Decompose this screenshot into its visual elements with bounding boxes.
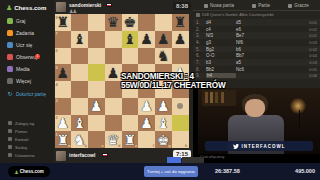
square-c7[interactable] — [88, 31, 105, 48]
square-f7[interactable]: ♟ — [138, 31, 155, 48]
bookshelf — [202, 90, 236, 106]
square-a6[interactable]: 6 — [55, 48, 72, 65]
webcam: INTERFACOWL — [198, 88, 320, 154]
sidebar-item-Graj[interactable]: Graj — [0, 15, 54, 27]
square-f3[interactable]: ♟ — [138, 98, 155, 115]
sidebar-footer-Pomoc[interactable]: Pomoc — [0, 127, 54, 135]
sidebar-footer: Zaloguj sięPomocKontaktSzukajUstawienia — [0, 119, 54, 159]
square-h6[interactable] — [172, 48, 189, 65]
player-avatar[interactable] — [56, 151, 66, 161]
square-a7[interactable]: 7 — [55, 31, 72, 48]
black-piece-a5[interactable]: ♟ — [57, 65, 70, 79]
panel-tabs: Nowa partia Partie Gracze — [193, 0, 320, 11]
square-c4[interactable] — [88, 81, 105, 98]
black-piece-d8[interactable]: ♛ — [107, 15, 120, 29]
white-piece-a1[interactable]: ♜ — [57, 132, 70, 146]
square-b4[interactable] — [71, 81, 88, 98]
move-white[interactable]: O-O — [206, 53, 236, 58]
poland-flag-icon — [106, 3, 112, 7]
move-black[interactable]: Bb7 — [236, 53, 266, 58]
sidebar-footer-Szukaj[interactable]: Szukaj — [0, 143, 54, 151]
square-b3[interactable] — [71, 98, 88, 115]
white-piece-g1[interactable]: ♚ — [157, 132, 170, 146]
square-b6[interactable] — [71, 48, 88, 65]
sidebar-item-Obserwuj[interactable]: Obserwuj1 — [0, 51, 54, 63]
tab-games[interactable]: Partie — [252, 3, 270, 8]
opponent-avatar[interactable] — [56, 2, 66, 12]
square-d5[interactable]: ♟ — [105, 64, 122, 81]
new-game-icon — [204, 4, 208, 8]
white-piece-c3[interactable]: ♟ — [90, 99, 103, 113]
white-piece-g3[interactable]: ♟ — [157, 99, 170, 113]
square-f6[interactable] — [138, 48, 155, 65]
square-c8[interactable] — [88, 14, 105, 31]
black-piece-f7[interactable]: ♟ — [140, 32, 153, 46]
games-icon — [252, 4, 256, 8]
tab-players[interactable]: Gracze — [288, 3, 309, 8]
black-piece-g6[interactable]: ♞ — [157, 49, 170, 63]
move-black[interactable]: a5 — [236, 60, 266, 65]
black-piece-h7[interactable]: ♟ — [174, 32, 187, 46]
move-row-5.: 5.Bg2b60:02 — [193, 46, 320, 53]
players-icon — [288, 4, 292, 8]
pawn-logo-icon: ♟ — [14, 169, 18, 175]
move-black[interactable]: b6 — [236, 47, 266, 52]
sidebar-footer-Zaloguj się[interactable]: Zaloguj się — [0, 119, 54, 127]
puzzle-icon — [7, 30, 13, 36]
black-piece-e7[interactable]: ♝ — [124, 32, 137, 46]
white-piece-f3[interactable]: ♟ — [140, 99, 153, 113]
poland-flag-icon — [102, 153, 108, 157]
opponent-bar: sandomierski ♟♟ 8:38 — [54, 0, 193, 14]
move-white[interactable]: g3 — [206, 40, 236, 45]
twitter-banner: INTERFACOWL — [205, 141, 313, 151]
opening-name[interactable]: D08 Queen's Gambit: Albin Countergambit — [193, 11, 320, 19]
player-name[interactable]: interfacowl — [69, 152, 95, 158]
move-row-4.: 4.g3Nf60:03 — [193, 39, 320, 46]
square-d1[interactable]: d♛ — [105, 131, 122, 148]
footer-counter: 26:387.58 — [215, 168, 240, 174]
square-a5[interactable]: 5♟ — [55, 64, 72, 81]
sidebar-footer-Kontakt[interactable]: Kontakt — [0, 135, 54, 143]
tab-new-game[interactable]: Nowa partia — [204, 3, 234, 8]
square-h7[interactable]: ♟ — [172, 31, 189, 48]
square-a8[interactable]: 8♜ — [55, 14, 72, 31]
square-a1[interactable]: 1a♜ — [55, 131, 72, 148]
square-g8[interactable] — [155, 14, 172, 31]
sidebar-item-Media[interactable]: Media — [0, 63, 54, 75]
black-piece-g7[interactable]: ♟ — [157, 32, 170, 46]
sidebar-resume-link[interactable]: ↻ Dokończ partię — [0, 87, 54, 98]
move-row-3.: 3.Nf3Be70:01 — [193, 32, 320, 39]
watch-icon — [7, 54, 13, 60]
square-d2[interactable] — [105, 115, 122, 132]
square-d4[interactable] — [105, 81, 122, 98]
black-piece-e8[interactable]: ♚ — [124, 15, 137, 29]
square-g1[interactable]: g♚ — [155, 131, 172, 148]
twitter-handle: INTERFACOWL — [242, 144, 286, 149]
stream-overlay-text: SANDOMIERSKI : 4 55W/0D/1L 17 CHEATERÓW — [121, 72, 314, 90]
stream-bottom-bar: ♟ Chess.com Turniej + coś do wygrania 26… — [0, 163, 320, 180]
move-row-6.: 6.O-OBb70:04 — [193, 52, 320, 59]
move-hint-dot — [177, 103, 183, 109]
move-row-2.: 2.c4e60:02 — [193, 26, 320, 33]
move-black[interactable]: Be7 — [236, 33, 266, 38]
footer-points: 495.000 — [295, 168, 315, 174]
square-a2[interactable]: 2♟ — [55, 115, 72, 132]
twitter-bird-icon — [233, 144, 239, 149]
square-f1[interactable]: f — [138, 131, 155, 148]
sidebar-item-Zadania[interactable]: Zadania — [0, 27, 54, 39]
square-f8[interactable] — [138, 14, 155, 31]
square-b1[interactable]: b♞ — [71, 131, 88, 148]
square-b8[interactable] — [71, 14, 88, 31]
black-piece-b7[interactable]: ♝ — [73, 32, 86, 46]
move-white[interactable]: c4 — [206, 27, 236, 32]
more-icon — [7, 78, 13, 84]
white-piece-g2[interactable]: ♝ — [157, 116, 170, 130]
square-h1[interactable]: h — [172, 131, 189, 148]
opponent-clock: 8:38 — [173, 2, 191, 10]
square-f2[interactable]: ♟ — [138, 115, 155, 132]
square-e1[interactable]: e♜ — [122, 131, 139, 148]
square-g6[interactable]: ♞ — [155, 48, 172, 65]
square-c1[interactable]: c — [88, 131, 105, 148]
square-h8[interactable]: ♜ — [172, 14, 189, 31]
square-a3[interactable]: 3 — [55, 98, 72, 115]
square-e6[interactable] — [122, 48, 139, 65]
black-piece-a8[interactable]: ♜ — [57, 15, 70, 29]
play-icon — [7, 18, 13, 24]
black-piece-h8[interactable]: ♜ — [174, 15, 187, 29]
sidebar-item-Więcej[interactable]: Więcej — [0, 75, 54, 87]
square-c5[interactable] — [88, 64, 105, 81]
resume-label: Dokończ partię — [16, 92, 46, 98]
square-c2[interactable] — [88, 115, 105, 132]
square-g7[interactable]: ♟ — [155, 31, 172, 48]
rank-label: 4 — [56, 82, 58, 87]
sidebar-nav: GrajZadaniaUcz sięObserwuj1MediaWięcej — [0, 15, 54, 87]
white-piece-e1[interactable]: ♜ — [124, 132, 137, 146]
white-piece-a2[interactable]: ♟ — [57, 116, 70, 130]
rank-label: 3 — [56, 98, 58, 103]
move-white[interactable]: Bg2 — [206, 47, 236, 52]
move-black[interactable]: d5 — [236, 20, 266, 25]
notification-badge: 1 — [35, 54, 40, 59]
white-piece-b2[interactable]: ♝ — [73, 116, 86, 130]
square-b7[interactable]: ♝ — [71, 31, 88, 48]
white-piece-f2[interactable]: ♟ — [140, 116, 153, 130]
footer-giveaway-pill: Turniej + coś do wygrania — [144, 166, 198, 177]
chesscom-logo-text: Chess.com — [14, 5, 46, 11]
white-piece-b1[interactable]: ♞ — [73, 132, 86, 146]
move-row-1.: 1.d4d50:01 — [193, 19, 320, 26]
pawn-logo-icon: ♟ — [6, 4, 12, 12]
square-d6[interactable] — [105, 48, 122, 65]
file-label: f — [153, 143, 154, 148]
file-label: h — [185, 143, 187, 148]
sidebar-footer-Ustawienia[interactable]: Ustawienia — [0, 151, 54, 159]
resume-icon: ↻ — [7, 92, 13, 98]
square-b2[interactable]: ♝ — [71, 115, 88, 132]
streamer-face — [245, 99, 265, 117]
media-icon — [7, 66, 13, 72]
square-g3[interactable]: ♟ — [155, 98, 172, 115]
move-black[interactable]: e6 — [236, 27, 266, 32]
rank-label: 6 — [56, 48, 58, 53]
white-piece-d1[interactable]: ♛ — [107, 132, 120, 146]
square-d7[interactable] — [105, 31, 122, 48]
square-d3[interactable] — [105, 98, 122, 115]
square-h2[interactable] — [172, 115, 189, 132]
learn-icon — [7, 42, 13, 48]
square-e3[interactable] — [122, 98, 139, 115]
stream-frame: ♟ Chess.com GrajZadaniaUcz sięObserwuj1M… — [0, 0, 320, 180]
rank-label: 7 — [56, 31, 58, 36]
square-e8[interactable]: ♚ — [122, 14, 139, 31]
overlay-line2: 55W/0D/1L 17 CHEATERÓW — [121, 81, 314, 90]
chesscom-logo[interactable]: ♟ Chess.com — [0, 0, 54, 15]
file-label: c — [102, 143, 104, 148]
square-g2[interactable]: ♝ — [155, 115, 172, 132]
opening-book-icon — [196, 13, 200, 17]
move-white[interactable]: Nf3 — [206, 33, 236, 38]
square-e7[interactable]: ♝ — [122, 31, 139, 48]
move-list: 1.d4d50:012.c4e60:023.Nf3Be70:014.g3Nf60… — [193, 19, 320, 79]
move-black[interactable]: Nf6 — [236, 40, 266, 45]
square-h3[interactable] — [172, 98, 189, 115]
square-c3[interactable]: ♟ — [88, 98, 105, 115]
square-a4[interactable]: 4 — [55, 81, 72, 98]
square-d8[interactable]: ♛ — [105, 14, 122, 31]
sidebar: ♟ Chess.com GrajZadaniaUcz sięObserwuj1M… — [0, 0, 54, 163]
move-white[interactable]: b3 — [206, 60, 236, 65]
move-white[interactable]: d4 — [206, 20, 236, 25]
square-b5[interactable] — [71, 64, 88, 81]
footer-chesscom-logo: ♟ Chess.com — [8, 166, 50, 177]
square-e2[interactable] — [122, 115, 139, 132]
sidebar-item-Ucz się[interactable]: Ucz się — [0, 39, 54, 51]
move-black[interactable]: Nc6 — [236, 67, 266, 72]
square-c6[interactable] — [88, 48, 105, 65]
move-row-7.: 7.b3a50:03 — [193, 59, 320, 66]
move-white[interactable]: Bb2 — [206, 67, 236, 72]
black-piece-d5[interactable]: ♟ — [107, 65, 120, 79]
